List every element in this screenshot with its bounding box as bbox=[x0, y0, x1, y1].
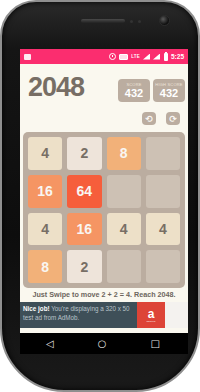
undo-icon: ⟲ bbox=[145, 114, 153, 124]
front-camera bbox=[159, 15, 170, 26]
tile-r1c2-2: 2 bbox=[67, 137, 101, 170]
restart-icon: ⟳ bbox=[169, 114, 177, 124]
ad-banner[interactable]: Nice job! You're displaying a 320 x 50 t… bbox=[20, 302, 188, 328]
game-board[interactable]: 42816644164482 bbox=[23, 132, 185, 288]
tile-r3c2-16: 16 bbox=[67, 213, 101, 246]
admob-logo: a admob bbox=[137, 302, 165, 328]
tile-r4c1-8: 8 bbox=[28, 250, 62, 283]
recents-button[interactable]: □ bbox=[151, 339, 160, 349]
light-sensor-icon bbox=[138, 20, 141, 23]
page-title: 2048 bbox=[28, 72, 84, 103]
signal-icon-sim2 bbox=[153, 54, 160, 60]
tile-r3c3-4: 4 bbox=[107, 213, 141, 246]
tile-r1c3-8: 8 bbox=[107, 137, 141, 170]
hd-badge-icon bbox=[119, 54, 128, 60]
score-label: SCORE bbox=[126, 83, 141, 87]
tile-r4c2-2: 2 bbox=[67, 250, 101, 283]
ad-blank-area bbox=[165, 302, 188, 328]
back-button[interactable]: ◁ bbox=[46, 339, 54, 349]
score-value: 432 bbox=[125, 88, 143, 99]
tile-r3c4-4: 4 bbox=[146, 213, 180, 246]
empty-cell-r2c3 bbox=[107, 175, 141, 208]
clock-time: 5:25 bbox=[171, 53, 184, 60]
high-score-value: 432 bbox=[160, 88, 178, 99]
tile-r3c1-4: 4 bbox=[28, 213, 62, 246]
phone-frame: LTE 5:25 2048 SCORE 432 bbox=[0, 0, 200, 392]
screen: LTE 5:25 2048 SCORE 432 bbox=[20, 49, 188, 354]
home-button[interactable]: ○ bbox=[98, 339, 107, 349]
earpiece-speaker bbox=[81, 19, 125, 23]
android-nav-bar: ◁ ○ □ bbox=[20, 333, 188, 354]
ad-text: Nice job! You're displaying a 320 x 50 t… bbox=[20, 302, 137, 328]
ad-line1: You're displaying a 320 x 50 bbox=[50, 305, 130, 312]
ad-highlight: Nice job! bbox=[23, 305, 50, 312]
admob-sub-label: admob bbox=[146, 320, 155, 323]
game-app: 2048 SCORE 432 HIGH SCORE 432 ⟲ ⟳ bbox=[20, 64, 188, 333]
game-header: 2048 SCORE 432 HIGH SCORE 432 ⟲ ⟳ bbox=[20, 64, 188, 132]
empty-cell-r4c3 bbox=[107, 250, 141, 283]
notification-icon bbox=[24, 54, 31, 60]
high-score-box: HIGH SCORE 432 bbox=[153, 79, 185, 102]
ad-line2: test ad from AdMob. bbox=[23, 314, 79, 321]
empty-cell-r1c4 bbox=[146, 137, 180, 170]
empty-cell-r4c4 bbox=[146, 250, 180, 283]
hint-text: Just Swipe to move 2 + 2 = 4. Reach 2048… bbox=[20, 290, 188, 301]
screenshot: LTE 5:25 2048 SCORE 432 bbox=[0, 0, 200, 392]
alarm-icon bbox=[109, 53, 116, 60]
tile-r1c1-4: 4 bbox=[28, 137, 62, 170]
admob-letter: a bbox=[148, 308, 155, 320]
signal-icon-sim1 bbox=[143, 54, 150, 60]
empty-cell-r2c4 bbox=[146, 175, 180, 208]
restart-button[interactable]: ⟳ bbox=[166, 112, 180, 125]
high-score-label: HIGH SCORE bbox=[155, 83, 182, 87]
tile-r2c2-64: 64 bbox=[67, 175, 101, 208]
tile-r2c1-16: 16 bbox=[28, 175, 62, 208]
score-box: SCORE 432 bbox=[118, 79, 150, 102]
status-bar: LTE 5:25 bbox=[20, 49, 188, 64]
proximity-sensor-icon bbox=[130, 20, 133, 23]
lte-label: LTE bbox=[131, 54, 140, 59]
undo-button[interactable]: ⟲ bbox=[142, 112, 156, 125]
battery-icon bbox=[164, 53, 168, 61]
